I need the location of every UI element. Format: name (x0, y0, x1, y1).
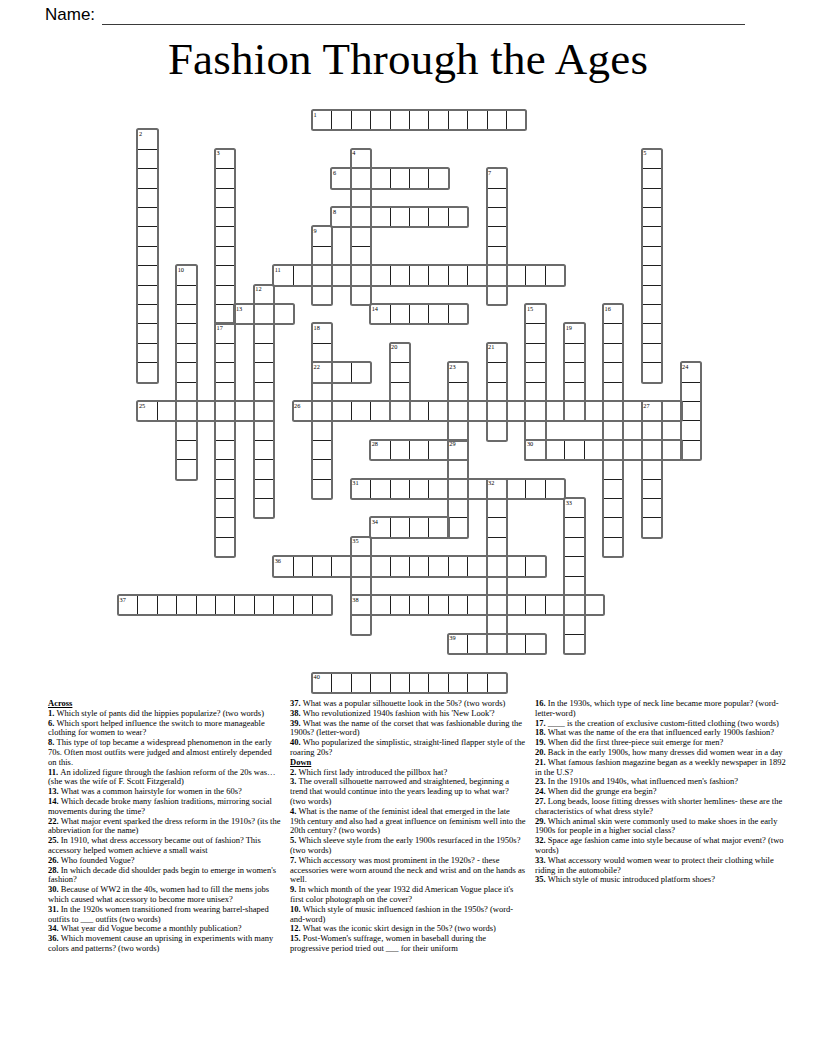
grid-cell[interactable] (467, 556, 487, 576)
grid-cell[interactable] (564, 634, 584, 654)
grid-cell[interactable] (176, 362, 196, 382)
grid-cell[interactable] (312, 420, 332, 440)
grid-cell[interactable] (448, 110, 468, 130)
grid-cell[interactable] (545, 595, 565, 615)
grid-cell[interactable] (642, 188, 662, 208)
clue-number-26: 26 (294, 402, 300, 409)
grid-cell[interactable] (351, 207, 371, 227)
grid-cell[interactable] (545, 401, 565, 421)
clue-down-16: 16. In the 1930s, which type of neck lin… (535, 699, 790, 719)
clue-down-32: 32. Space age fashion came into style be… (535, 836, 790, 856)
grid-cell[interactable] (370, 401, 390, 421)
grid-cell[interactable] (642, 517, 662, 537)
grid-cell[interactable] (409, 517, 429, 537)
grid-cell[interactable] (545, 265, 565, 285)
grid-cell[interactable] (584, 595, 604, 615)
grid-cell[interactable] (293, 556, 313, 576)
grid-cell[interactable] (176, 595, 196, 615)
grid-cell[interactable] (176, 401, 196, 421)
grid-cell[interactable] (428, 673, 448, 693)
clue-number-27: 27 (643, 402, 649, 409)
grid-cell[interactable] (603, 420, 623, 440)
grid-cell[interactable] (390, 517, 410, 537)
grid-cell[interactable] (390, 362, 410, 382)
grid-cell[interactable] (215, 265, 235, 285)
grid-cell[interactable] (467, 401, 487, 421)
grid-cell[interactable] (525, 479, 545, 499)
grid-cell[interactable] (351, 401, 371, 421)
grid-cell[interactable] (254, 479, 274, 499)
grid-cell[interactable] (525, 265, 545, 285)
grid-cell[interactable] (370, 110, 390, 130)
grid-cell[interactable] (467, 479, 487, 499)
grid-cell[interactable] (331, 556, 351, 576)
grid-cell[interactable] (351, 556, 371, 576)
clue-number-33: 33 (566, 499, 572, 506)
grid-cell[interactable] (681, 420, 701, 440)
grid-cell[interactable] (448, 401, 468, 421)
grid-cell[interactable] (370, 265, 390, 285)
grid-cell[interactable] (603, 498, 623, 518)
grid-cell[interactable] (584, 440, 604, 460)
grid-cell[interactable] (157, 595, 177, 615)
grid-cell[interactable] (370, 556, 390, 576)
grid-cell[interactable] (215, 304, 235, 324)
clue-number-17: 17 (217, 324, 223, 331)
grid-cell[interactable] (390, 556, 410, 576)
grid-cell[interactable] (487, 265, 507, 285)
grid-cell[interactable] (428, 265, 448, 285)
grid-cell[interactable] (215, 343, 235, 363)
grid-cell[interactable] (448, 207, 468, 227)
grid-cell[interactable] (254, 304, 274, 324)
grid-cell[interactable] (506, 595, 526, 615)
grid-cell[interactable] (603, 343, 623, 363)
clue-number-18: 18 (314, 324, 320, 331)
grid-cell[interactable] (409, 401, 429, 421)
grid-cell[interactable] (351, 265, 371, 285)
grid-cell[interactable] (467, 673, 487, 693)
grid-cell[interactable] (428, 110, 448, 130)
grid-cell[interactable] (196, 595, 216, 615)
grid-cell[interactable] (390, 304, 410, 324)
grid-cell[interactable] (312, 401, 332, 421)
grid-cell[interactable] (448, 498, 468, 518)
grid-cell[interactable] (467, 265, 487, 285)
grid-cell[interactable] (506, 479, 526, 499)
grid-cell[interactable] (390, 479, 410, 499)
clue-across-40: 40. Who popularized the simplistic, stra… (290, 738, 526, 758)
grid-cell[interactable] (642, 304, 662, 324)
grid-cell[interactable] (137, 595, 157, 615)
grid-cell[interactable] (137, 323, 157, 343)
grid-cell[interactable] (273, 304, 293, 324)
grid-cell[interactable] (215, 517, 235, 537)
grid-cell[interactable] (525, 382, 545, 402)
clue-number-21: 21 (488, 343, 494, 350)
clue-across-6: 6. Which sport helped influence the swit… (48, 719, 281, 739)
clue-number-25: 25 (139, 402, 145, 409)
grid-cell[interactable] (370, 479, 390, 499)
grid-cell[interactable] (564, 440, 584, 460)
grid-cell[interactable] (467, 595, 487, 615)
grid-cell[interactable] (351, 285, 371, 305)
grid-cell[interactable] (448, 479, 468, 499)
grid-cell[interactable] (487, 498, 507, 518)
grid-cell[interactable] (351, 576, 371, 596)
grid-cell[interactable] (603, 323, 623, 343)
grid-cell[interactable] (642, 168, 662, 188)
grid-cell[interactable] (351, 188, 371, 208)
grid-cell[interactable] (448, 459, 468, 479)
clue-number-1: 1 (314, 111, 317, 118)
grid-cell[interactable] (564, 595, 584, 615)
grid-cell[interactable] (390, 382, 410, 402)
grid-cell[interactable] (487, 362, 507, 382)
grid-cell[interactable] (681, 401, 701, 421)
clue-column-across: Across1. Which style of pants did the hi… (48, 699, 281, 954)
grid-cell[interactable] (642, 323, 662, 343)
grid-cell[interactable] (409, 168, 429, 188)
grid-cell[interactable] (448, 304, 468, 324)
grid-cell[interactable] (293, 265, 313, 285)
grid-cell[interactable] (312, 595, 332, 615)
clue-number-28: 28 (372, 440, 378, 447)
grid-cell[interactable] (487, 576, 507, 596)
grid-cell[interactable] (137, 246, 157, 266)
name-input-line[interactable] (102, 5, 745, 25)
grid-cell[interactable] (603, 517, 623, 537)
grid-cell[interactable] (642, 226, 662, 246)
grid-cell[interactable] (176, 382, 196, 402)
grid-cell[interactable] (137, 168, 157, 188)
grid-cell[interactable] (351, 362, 371, 382)
grid-cell[interactable] (409, 265, 429, 285)
grid-cell[interactable] (642, 498, 662, 518)
grid-cell[interactable] (409, 207, 429, 227)
grid-cell[interactable] (351, 246, 371, 266)
grid-cell[interactable] (487, 401, 507, 421)
clue-number-31: 31 (352, 479, 358, 486)
clue-number-29: 29 (449, 440, 455, 447)
grid-cell[interactable] (525, 343, 545, 363)
grid-cell[interactable] (564, 401, 584, 421)
grid-cell[interactable] (506, 634, 526, 654)
grid-cell[interactable] (487, 420, 507, 440)
grid-cell[interactable] (681, 382, 701, 402)
grid-cell[interactable] (215, 440, 235, 460)
grid-cell[interactable] (137, 304, 157, 324)
grid-cell[interactable] (351, 226, 371, 246)
grid-cell[interactable] (642, 285, 662, 305)
grid-cell[interactable] (642, 440, 662, 460)
grid-cell[interactable] (215, 246, 235, 266)
grid-cell[interactable] (215, 595, 235, 615)
grid-cell[interactable] (390, 440, 410, 460)
grid-cell[interactable] (254, 343, 274, 363)
grid-cell[interactable] (312, 246, 332, 266)
grid-cell[interactable] (137, 362, 157, 382)
grid-cell[interactable] (428, 595, 448, 615)
grid-cell[interactable] (545, 440, 565, 460)
grid-cell[interactable] (390, 673, 410, 693)
grid-cell[interactable] (564, 537, 584, 557)
clue-number-14: 14 (372, 305, 378, 312)
grid-cell[interactable] (234, 595, 254, 615)
grid-cell[interactable] (312, 265, 332, 285)
grid-cell[interactable] (487, 673, 507, 693)
grid-cell[interactable] (525, 634, 545, 654)
grid-cell[interactable] (506, 110, 526, 130)
grid-cell[interactable] (603, 479, 623, 499)
grid-cell[interactable] (409, 440, 429, 460)
grid-cell[interactable] (331, 265, 351, 285)
clue-number-24: 24 (682, 363, 688, 370)
grid-cell[interactable] (506, 401, 526, 421)
grid-cell[interactable] (254, 459, 274, 479)
grid-cell[interactable] (176, 323, 196, 343)
grid-cell[interactable] (331, 673, 351, 693)
grid-cell[interactable] (487, 537, 507, 557)
grid-cell[interactable] (603, 401, 623, 421)
grid-cell[interactable] (448, 556, 468, 576)
grid-cell[interactable] (564, 362, 584, 382)
grid-cell[interactable] (487, 285, 507, 305)
clue-number-12: 12 (255, 285, 261, 292)
grid-cell[interactable] (525, 401, 545, 421)
grid-cell[interactable] (215, 226, 235, 246)
grid-cell[interactable] (351, 110, 371, 130)
clue-number-7: 7 (488, 169, 491, 176)
grid-cell[interactable] (273, 595, 293, 615)
grid-cell[interactable] (215, 498, 235, 518)
grid-cell[interactable] (176, 285, 196, 305)
grid-cell[interactable] (137, 285, 157, 305)
grid-cell[interactable] (254, 420, 274, 440)
grid-cell[interactable] (215, 362, 235, 382)
grid-cell[interactable] (564, 576, 584, 596)
grid-cell[interactable] (448, 420, 468, 440)
grid-cell[interactable] (137, 149, 157, 169)
grid-cell[interactable] (564, 614, 584, 634)
grid-cell[interactable] (487, 517, 507, 537)
grid-cell[interactable] (564, 343, 584, 363)
grid-cell[interactable] (448, 595, 468, 615)
grid-cell[interactable] (448, 517, 468, 537)
grid-cell[interactable] (603, 362, 623, 382)
worksheet-page: { "game": "crossword (unsolved fill-in w… (0, 0, 816, 1056)
grid-cell[interactable] (642, 479, 662, 499)
grid-cell[interactable] (681, 440, 701, 460)
grid-cell[interactable] (351, 673, 371, 693)
clue-down-33: 33. What accessory would women wear to p… (535, 856, 790, 876)
grid-cell[interactable] (312, 343, 332, 363)
clue-down-15: 15. Post-Women's suffrage, women in base… (290, 934, 526, 954)
grid-cell[interactable] (409, 479, 429, 499)
clue-across-28: 28. In which decade did shoulder pads be… (48, 866, 281, 886)
grid-cell[interactable] (642, 362, 662, 382)
grid-cell[interactable] (642, 459, 662, 479)
grid-cell[interactable] (409, 110, 429, 130)
grid-cell[interactable] (467, 110, 487, 130)
grid-cell[interactable] (254, 498, 274, 518)
grid-cell[interactable] (428, 556, 448, 576)
grid-cell[interactable] (428, 517, 448, 537)
clue-number-5: 5 (643, 149, 646, 156)
grid-cell[interactable] (622, 440, 642, 460)
grid-cell[interactable] (448, 673, 468, 693)
clue-number-9: 9 (314, 227, 317, 234)
grid-cell[interactable] (370, 207, 390, 227)
grid-cell[interactable] (312, 285, 332, 305)
grid-cell[interactable] (331, 401, 351, 421)
clue-number-32: 32 (488, 479, 494, 486)
grid-cell[interactable] (467, 634, 487, 654)
grid-cell[interactable] (215, 188, 235, 208)
grid-cell[interactable] (312, 459, 332, 479)
clue-number-20: 20 (391, 343, 397, 350)
grid-cell[interactable] (293, 595, 313, 615)
grid-cell[interactable] (428, 440, 448, 460)
grid-cell[interactable] (525, 362, 545, 382)
grid-cell[interactable] (603, 382, 623, 402)
grid-cell[interactable] (642, 343, 662, 363)
grid-cell[interactable] (215, 168, 235, 188)
grid-cell[interactable] (390, 595, 410, 615)
grid-cell[interactable] (390, 265, 410, 285)
grid-cell[interactable] (157, 401, 177, 421)
grid-cell[interactable] (487, 207, 507, 227)
grid-cell[interactable] (312, 440, 332, 460)
grid-cell[interactable] (428, 168, 448, 188)
grid-cell[interactable] (564, 517, 584, 537)
grid-cell[interactable] (215, 420, 235, 440)
grid-cell[interactable] (428, 479, 448, 499)
grid-cell[interactable] (487, 226, 507, 246)
grid-cell[interactable] (564, 556, 584, 576)
grid-cell[interactable] (137, 226, 157, 246)
grid-cell[interactable] (506, 265, 526, 285)
grid-cell[interactable] (312, 382, 332, 402)
grid-cell[interactable] (642, 207, 662, 227)
grid-cell[interactable] (622, 401, 642, 421)
grid-cell[interactable] (409, 595, 429, 615)
grid-cell[interactable] (487, 382, 507, 402)
grid-cell[interactable] (661, 401, 681, 421)
grid-cell[interactable] (370, 595, 390, 615)
grid-cell[interactable] (487, 246, 507, 266)
grid-cell[interactable] (487, 634, 507, 654)
grid-cell[interactable] (215, 459, 235, 479)
grid-cell[interactable] (642, 265, 662, 285)
grid-cell[interactable] (176, 420, 196, 440)
grid-cell[interactable] (409, 304, 429, 324)
grid-cell[interactable] (215, 285, 235, 305)
grid-cell[interactable] (176, 343, 196, 363)
grid-cell[interactable] (254, 323, 274, 343)
clue-down-21: 21. What famous fashion magazine began a… (535, 758, 790, 778)
grid-cell[interactable] (409, 556, 429, 576)
grid-cell[interactable] (390, 207, 410, 227)
clue-number-16: 16 (605, 305, 611, 312)
grid-cell[interactable] (176, 440, 196, 460)
grid-cell[interactable] (428, 304, 448, 324)
grid-cell[interactable] (176, 459, 196, 479)
grid-cell[interactable] (176, 304, 196, 324)
grid-cell[interactable] (409, 673, 429, 693)
clue-across-11: 11. An idolized figure through the fashi… (48, 768, 281, 788)
grid-cell[interactable] (603, 537, 623, 557)
grid-cell[interactable] (312, 556, 332, 576)
grid-cell[interactable] (215, 479, 235, 499)
grid-cell[interactable] (428, 207, 448, 227)
grid-cell[interactable] (545, 479, 565, 499)
grid-cell[interactable] (215, 207, 235, 227)
grid-cell[interactable] (312, 479, 332, 499)
grid-cell[interactable] (642, 246, 662, 266)
grid-cell[interactable] (137, 188, 157, 208)
grid-cell[interactable] (215, 537, 235, 557)
clue-number-4: 4 (352, 149, 355, 156)
grid-cell[interactable] (196, 401, 216, 421)
grid-cell[interactable] (137, 207, 157, 227)
grid-cell[interactable] (564, 382, 584, 402)
grid-cell[interactable] (390, 401, 410, 421)
grid-cell[interactable] (506, 556, 526, 576)
grid-cell[interactable] (448, 265, 468, 285)
grid-cell[interactable] (254, 382, 274, 402)
grid-cell[interactable] (487, 614, 507, 634)
clue-column-mixed: 37. What was a popular silhouette look i… (290, 699, 526, 954)
grid-cell[interactable] (487, 556, 507, 576)
grid-cell[interactable] (487, 110, 507, 130)
grid-cell[interactable] (525, 556, 545, 576)
grid-cell[interactable] (351, 168, 371, 188)
grid-cell[interactable] (603, 440, 623, 460)
grid-cell[interactable] (215, 401, 235, 421)
grid-cell[interactable] (331, 110, 351, 130)
grid-cell[interactable] (370, 168, 390, 188)
grid-cell[interactable] (390, 110, 410, 130)
grid-cell[interactable] (331, 362, 351, 382)
grid-cell[interactable] (390, 168, 410, 188)
grid-cell[interactable] (584, 401, 604, 421)
grid-cell[interactable] (254, 362, 274, 382)
grid-cell[interactable] (351, 614, 371, 634)
grid-cell[interactable] (370, 673, 390, 693)
grid-cell[interactable] (603, 459, 623, 479)
grid-cell[interactable] (428, 401, 448, 421)
grid-cell[interactable] (254, 401, 274, 421)
grid-cell[interactable] (487, 188, 507, 208)
clue-across-31: 31. In the 1920s women transitioned from… (48, 905, 281, 925)
grid-cell[interactable] (137, 265, 157, 285)
grid-cell[interactable] (525, 595, 545, 615)
clue-number-13: 13 (236, 305, 242, 312)
grid-cell[interactable] (525, 420, 545, 440)
grid-cell[interactable] (234, 401, 254, 421)
grid-cell[interactable] (487, 595, 507, 615)
grid-cell[interactable] (642, 420, 662, 440)
grid-cell[interactable] (448, 382, 468, 402)
clue-number-3: 3 (217, 149, 220, 156)
grid-cell[interactable] (254, 440, 274, 460)
grid-cell[interactable] (215, 382, 235, 402)
grid-cell[interactable] (254, 595, 274, 615)
grid-cell[interactable] (661, 440, 681, 460)
grid-cell[interactable] (525, 323, 545, 343)
grid-cell[interactable] (137, 343, 157, 363)
